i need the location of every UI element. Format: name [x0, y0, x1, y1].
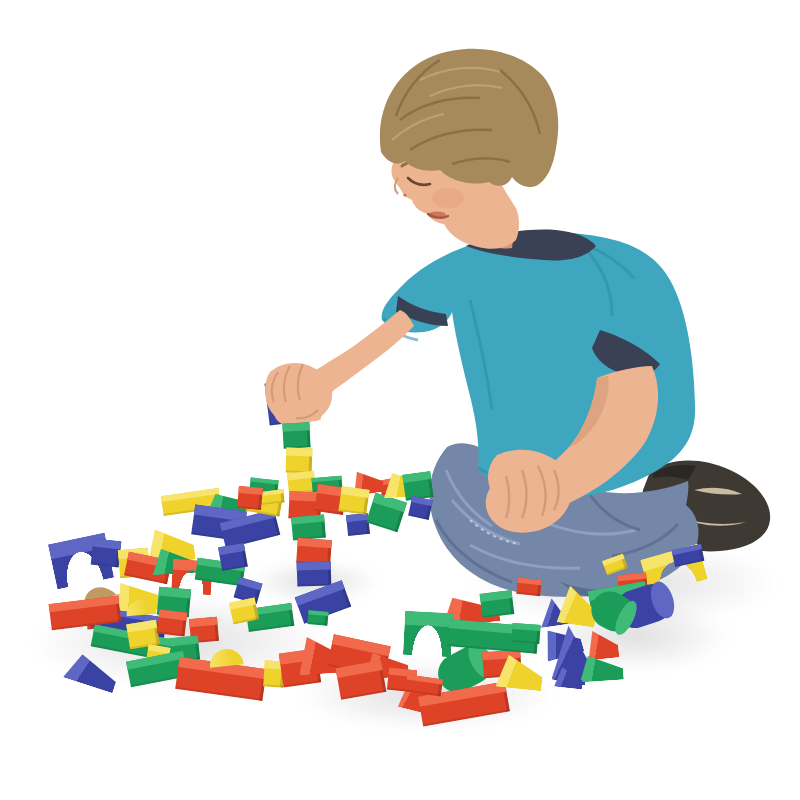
block-blue-cube [91, 539, 122, 568]
cheek-blush [432, 188, 464, 208]
block-green-cube [480, 590, 515, 618]
nose [395, 178, 398, 194]
block-green-cube [307, 610, 328, 626]
block-blue-cube [408, 496, 433, 520]
block-blue-cube [297, 561, 332, 586]
block-red-cube [237, 486, 263, 510]
head [380, 49, 558, 249]
photo-canvas [0, 0, 800, 800]
block-red-cube [516, 578, 542, 596]
block-red-cube [157, 609, 188, 636]
block-green-cube [282, 422, 310, 448]
block-green-cube [291, 515, 326, 541]
nostril [403, 193, 406, 196]
block-yellow-cube [286, 448, 313, 474]
block-green-arch [403, 611, 453, 657]
block-blue-cube [218, 543, 248, 571]
right-arm [265, 310, 414, 426]
block-yellow-cube [338, 486, 369, 515]
block-blue-cube [346, 513, 370, 536]
block-green-cube [511, 623, 540, 644]
